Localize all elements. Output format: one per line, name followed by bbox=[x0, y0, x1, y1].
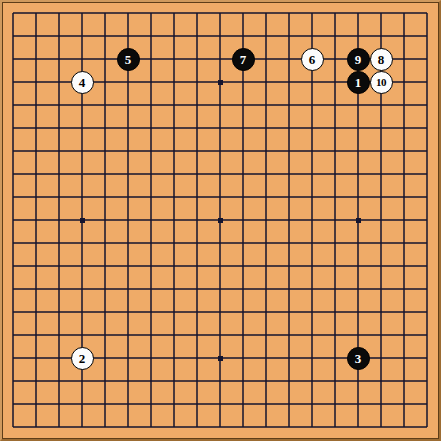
go-board: 12345678910 bbox=[0, 0, 441, 441]
stone-5-black-f17: 5 bbox=[117, 48, 140, 71]
stone-number: 4 bbox=[79, 76, 86, 89]
star-point-q10 bbox=[356, 218, 361, 223]
stone-4-white-d16: 4 bbox=[71, 71, 94, 94]
stone-2-white-d4: 2 bbox=[71, 347, 94, 370]
stone-7-black-l17: 7 bbox=[232, 48, 255, 71]
stone-number: 2 bbox=[79, 352, 86, 365]
stone-3-black-q4: 3 bbox=[347, 347, 370, 370]
stone-number: 7 bbox=[240, 53, 247, 66]
board-grid: 12345678910 bbox=[2, 2, 439, 439]
stone-number: 8 bbox=[378, 53, 385, 66]
stone-8-white-r17: 8 bbox=[370, 48, 393, 71]
stone-number: 3 bbox=[355, 352, 362, 365]
stone-number: 9 bbox=[355, 53, 362, 66]
stone-number: 10 bbox=[376, 77, 386, 88]
stone-number: 1 bbox=[355, 76, 362, 89]
stone-number: 5 bbox=[125, 53, 132, 66]
star-point-d10 bbox=[80, 218, 85, 223]
star-point-k10 bbox=[218, 218, 223, 223]
stone-1-black-q16: 1 bbox=[347, 71, 370, 94]
stone-6-white-o17: 6 bbox=[301, 48, 324, 71]
star-point-k16 bbox=[218, 80, 223, 85]
stone-10-white-r16: 10 bbox=[370, 71, 393, 94]
star-point-k4 bbox=[218, 356, 223, 361]
stone-9-black-q17: 9 bbox=[347, 48, 370, 71]
stone-number: 6 bbox=[309, 53, 316, 66]
